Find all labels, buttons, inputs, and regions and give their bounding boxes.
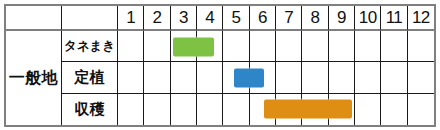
calendar-cell — [144, 94, 170, 125]
calendar-cell — [171, 94, 197, 125]
row-label-sowing: タネまき — [62, 31, 118, 62]
calendar-cell — [197, 62, 223, 93]
month-header-4: 4 — [197, 6, 223, 31]
row-label-transplant: 定植 — [62, 62, 118, 93]
month-header-10: 10 — [355, 6, 381, 31]
calendar-cell — [276, 31, 302, 62]
calendar-cell — [381, 94, 407, 125]
calendar-cell — [302, 31, 328, 62]
calendar-cell — [250, 62, 276, 93]
month-header-2: 2 — [144, 6, 170, 31]
month-header-9: 9 — [329, 6, 355, 31]
header-empty-region-cell — [6, 6, 62, 31]
month-header-12: 12 — [408, 6, 434, 31]
calendar-cell — [302, 94, 328, 125]
calendar-cell — [276, 62, 302, 93]
calendar-cell — [197, 94, 223, 125]
month-header-7: 7 — [276, 6, 302, 31]
calendar-cell — [197, 31, 223, 62]
calendar-cell — [171, 62, 197, 93]
calendar-cell — [223, 62, 249, 93]
calendar-cell — [223, 94, 249, 125]
month-header-8: 8 — [302, 6, 328, 31]
calendar-cell — [408, 62, 434, 93]
month-header-5: 5 — [223, 6, 249, 31]
calendar-cell — [276, 94, 302, 125]
calendar-cell — [250, 94, 276, 125]
calendar-cell — [355, 94, 381, 125]
calendar-cell — [408, 94, 434, 125]
calendar-cell — [381, 62, 407, 93]
calendar-cell — [355, 31, 381, 62]
calendar-cell — [250, 31, 276, 62]
calendar-cell — [144, 62, 170, 93]
month-header-11: 11 — [381, 6, 407, 31]
page-background: 一般地 タネまき 定植 収穫 123456789101112 — [0, 0, 440, 130]
row-label-harvest: 収穫 — [62, 94, 118, 125]
month-header-6: 6 — [250, 6, 276, 31]
calendar-cell — [118, 31, 144, 62]
calendar-cell — [144, 31, 170, 62]
calendar-cell — [355, 62, 381, 93]
calendar-cell — [329, 31, 355, 62]
calendar-cell — [118, 94, 144, 125]
calendar-cell — [171, 31, 197, 62]
month-header-1: 1 — [118, 6, 144, 31]
calendar-cell — [381, 31, 407, 62]
month-header-3: 3 — [171, 6, 197, 31]
calendar-cell — [223, 31, 249, 62]
calendar-cell — [302, 62, 328, 93]
calendar-cell — [408, 31, 434, 62]
region-label: 一般地 — [6, 31, 62, 125]
calendar-cell — [118, 62, 144, 93]
header-empty-stage-cell — [62, 6, 118, 31]
planting-calendar-table: 一般地 タネまき 定植 収穫 123456789101112 — [4, 4, 436, 127]
calendar-cell — [329, 94, 355, 125]
calendar-cell — [329, 62, 355, 93]
